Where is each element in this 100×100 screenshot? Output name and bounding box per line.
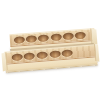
pit-hole [11, 53, 23, 61]
pit-hole [13, 36, 24, 44]
pit[interactable] [61, 47, 74, 59]
pit[interactable] [48, 48, 61, 60]
pit[interactable] [49, 31, 62, 43]
pit[interactable] [13, 34, 26, 46]
pit-hole [49, 50, 61, 58]
pit-hole [26, 35, 37, 43]
pit[interactable] [35, 49, 48, 61]
pit[interactable] [74, 29, 87, 41]
pit-hole [24, 52, 36, 60]
pit-hole [36, 51, 48, 59]
board-photo [0, 0, 100, 100]
pit[interactable] [10, 51, 23, 63]
pit[interactable] [37, 32, 50, 44]
pit[interactable] [62, 30, 75, 42]
pit[interactable] [25, 33, 38, 45]
pit-hole [75, 32, 86, 40]
pit-hole [38, 34, 49, 42]
pit-hole [50, 33, 61, 41]
pit-hole [63, 32, 74, 40]
pit-hole [62, 49, 74, 57]
front-tier-right-end-face [94, 44, 99, 62]
pit[interactable] [23, 50, 36, 62]
